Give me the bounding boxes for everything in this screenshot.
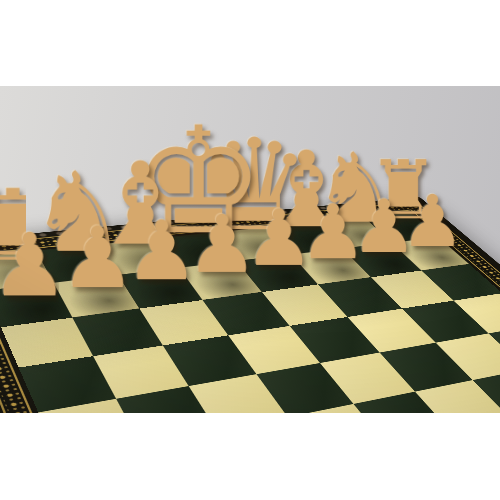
square-h2: ♟ [0,283,72,328]
white-pawn-h2: ♟ [0,224,159,307]
chess-board: ♜♞♝♚♛♝♞♜♟♟♟♟♟♟♟♟ [0,197,500,413]
square-f4 [163,335,257,386]
board-grid: ♜♞♝♚♛♝♞♜♟♟♟♟♟♟♟♟ [0,212,500,413]
photo-canvas: ♜♞♝♚♛♝♞♜♟♟♟♟♟♟♟♟ [0,0,500,500]
chess-set-photo: ♜♞♝♚♛♝♞♜♟♟♟♟♟♟♟♟ [0,86,500,413]
letterbox-bottom [0,413,500,500]
letterbox-top [0,0,500,86]
